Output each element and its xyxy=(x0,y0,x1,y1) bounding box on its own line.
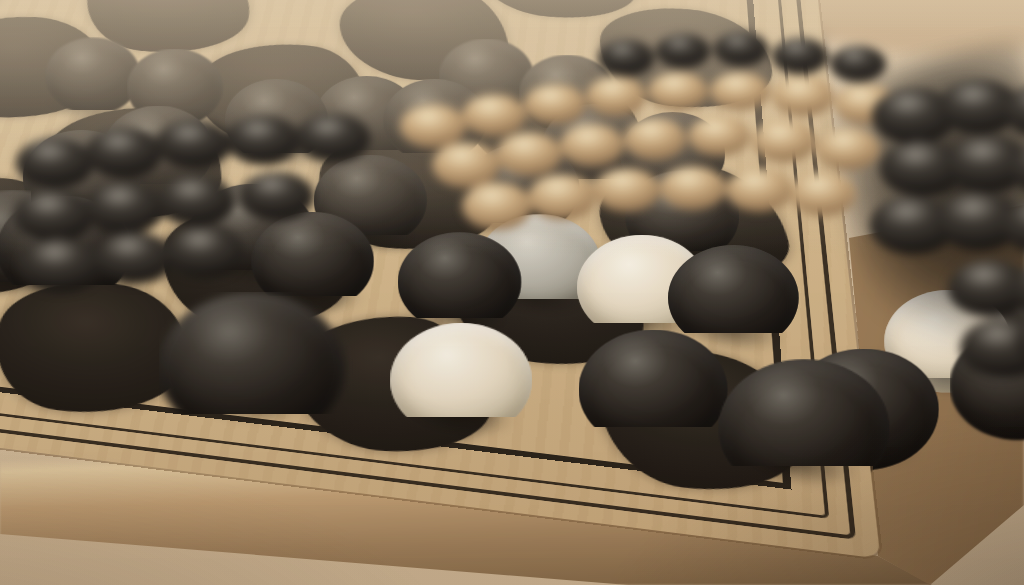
blurred-black-stone xyxy=(94,232,174,284)
blurred-tan-stone xyxy=(752,120,816,162)
blurred-black-stone xyxy=(156,120,232,168)
blurred-black-stone xyxy=(656,34,710,68)
blurred-black-stone xyxy=(772,38,828,74)
blurred-tan-stone xyxy=(624,118,686,160)
blurred-tan-stone xyxy=(594,168,660,212)
blurred-tan-stone xyxy=(524,84,586,124)
blurred-black-stone xyxy=(166,226,244,278)
blurred-tan-stone xyxy=(660,166,726,210)
blurred-black-stone xyxy=(16,138,94,188)
blurred-tan-stone xyxy=(790,172,856,216)
blurred-black-stone xyxy=(714,32,768,66)
blurred-tan-stone xyxy=(710,72,770,110)
blurred-black-stone xyxy=(830,46,886,82)
blurred-tan-stone xyxy=(688,116,750,156)
board-game-scene xyxy=(0,0,1024,585)
blurred-black-stone xyxy=(296,114,370,162)
blurred-black-stone xyxy=(960,318,1024,378)
blurred-tan-stone xyxy=(496,132,562,176)
blurred-tan-stone xyxy=(726,168,792,212)
blurred-black-stone xyxy=(158,176,234,226)
blurred-black-stone xyxy=(86,182,164,234)
blurred-black-stone xyxy=(226,116,300,164)
blurred-black-stone xyxy=(14,190,94,242)
blurred-black-stone xyxy=(240,172,314,220)
blurred-tan-stone xyxy=(462,94,526,136)
blurred-tan-stone xyxy=(816,128,880,170)
blurred-tan-stone xyxy=(772,76,834,116)
blurred-tan-stone xyxy=(560,124,624,166)
blurred-tan-stone xyxy=(400,104,466,148)
blurred-tan-stone xyxy=(586,76,646,116)
blurred-black-stone xyxy=(86,128,162,178)
blurred-tan-stone xyxy=(648,72,708,110)
blurred-tan-stone xyxy=(432,142,500,188)
blurred-tan-stone xyxy=(462,182,532,230)
blurred-black-stone xyxy=(20,238,102,292)
far-stones-layer xyxy=(0,0,1024,585)
blurred-tan-stone xyxy=(528,174,596,220)
blurred-black-stone xyxy=(598,40,654,76)
